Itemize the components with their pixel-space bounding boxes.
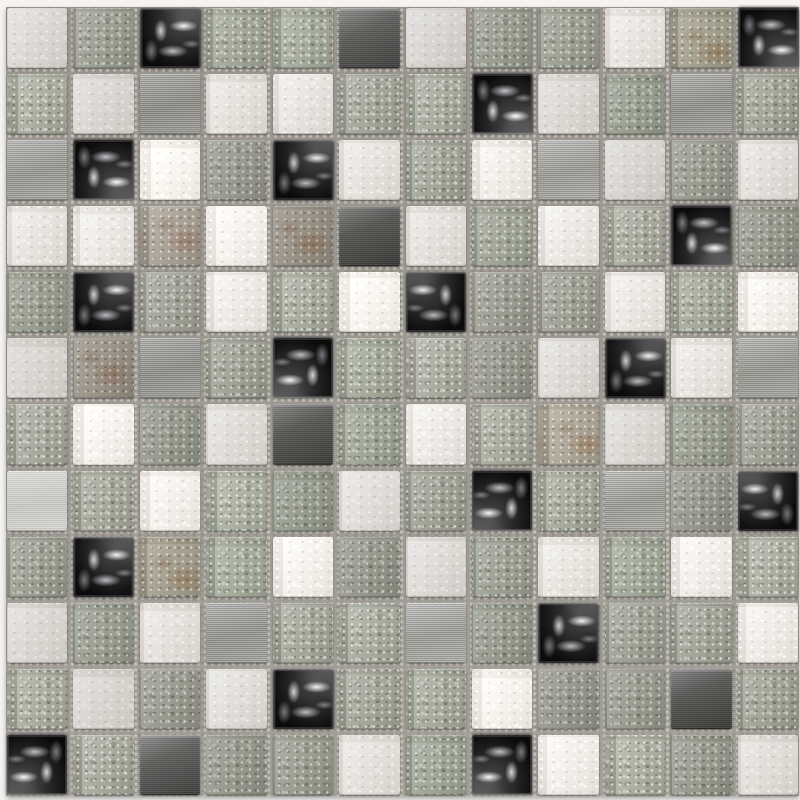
tile-white-stone [738,735,798,795]
tile-grey-stone [671,603,731,663]
tile-white-stone [472,669,532,729]
tile-grey-stone [472,272,532,332]
tile-glass [273,338,333,398]
tile-steel [140,74,200,134]
tile-dark-steel [140,735,200,795]
tile-grey-stone [605,537,665,597]
tile-grey-stone [605,74,665,134]
tile-white-stone [206,74,266,134]
tile-dark-steel [339,206,399,266]
tile-white-stone [73,669,133,729]
tile-grey-stone [206,537,266,597]
tile-grey-stone [339,537,399,597]
tile-glass [140,8,200,68]
tile-white-stone [206,669,266,729]
tile-grey-stone [738,206,798,266]
tile-steel [140,338,200,398]
tile-glass [671,206,731,266]
tile-grey-stone [605,206,665,266]
tile-glass [738,8,798,68]
tile-grey-stone [605,669,665,729]
tile-white-stone [206,272,266,332]
tile-grey-stone [605,603,665,663]
tile-glass [7,735,67,795]
tile-white-stone [140,471,200,531]
tile-glass [406,272,466,332]
tile-glass [273,140,333,200]
tile-white-stone [538,206,598,266]
tile-rust-stone [140,537,200,597]
tile-grey-stone [7,404,67,464]
tile-grey-stone [406,74,466,134]
tile-glass [73,140,133,200]
tile-dark-steel [339,8,399,68]
tile-steel [406,603,466,663]
tile-dark-steel [671,669,731,729]
tile-grey-stone [206,140,266,200]
tile-grey-stone [206,471,266,531]
tile-white-stone [273,537,333,597]
tile-grey-stone [339,603,399,663]
tile-steel [738,338,798,398]
tile-glass [472,471,532,531]
tile-grey-stone [538,669,598,729]
tile-white-stone [206,404,266,464]
tile-grey-stone [738,74,798,134]
tile-white-stone [605,404,665,464]
tile-glass [738,471,798,531]
tile-grey-stone [738,404,798,464]
tile-grey-stone [206,8,266,68]
tile-white-stone [605,140,665,200]
tile-white-stone [472,140,532,200]
tile-white-stone [140,603,200,663]
tile-grey-stone [738,537,798,597]
tile-grey-stone [273,735,333,795]
tile-grey-stone [273,272,333,332]
tile-grey-stone [273,603,333,663]
tile-glass [73,272,133,332]
tile-white-stone [671,338,731,398]
tile-glass [73,537,133,597]
tile-grey-stone [406,735,466,795]
tile-rust-stone [538,404,598,464]
mosaic-sheet [6,7,799,796]
tile-grey-stone [206,338,266,398]
tile-grey-stone [538,8,598,68]
tile-grey-stone [406,471,466,531]
tile-white-stone [339,272,399,332]
tile-white-stone [273,74,333,134]
tile-white-stone [7,206,67,266]
tile-grey-stone [671,735,731,795]
tile-grey-stone [206,735,266,795]
tile-grey-stone [406,338,466,398]
tile-grey-stone [7,537,67,597]
tile-grey-stone [472,338,532,398]
tile-grey-stone [472,603,532,663]
tile-grey-stone [339,669,399,729]
tile-grey-stone [7,74,67,134]
tile-white-stone [73,74,133,134]
tile-white-stone [406,206,466,266]
tile-grey-stone [73,471,133,531]
tile-white-stone [538,74,598,134]
tile-white-stone [339,140,399,200]
tile-glass [273,669,333,729]
tile-white-stone [538,537,598,597]
tile-grey-stone [339,74,399,134]
tile-grey-stone [538,471,598,531]
tile-steel [605,471,665,531]
tile-steel [206,603,266,663]
tile-grey-stone [605,735,665,795]
tile-steel [538,140,598,200]
tile-grey-stone [472,8,532,68]
tile-grey-stone [406,669,466,729]
tile-grey-stone [73,8,133,68]
tile-glass [538,603,598,663]
tile-white-stone [7,8,67,68]
tile-white-stone [738,603,798,663]
tile-grey-stone [339,338,399,398]
tile-glass [605,338,665,398]
tile-grey-stone [671,140,731,200]
tile-white-stone [73,404,133,464]
tile-white-stone [406,8,466,68]
tile-grey-stone [7,272,67,332]
tile-white-stone [406,404,466,464]
tile-white-stone [339,471,399,531]
tile-white-stone [206,206,266,266]
tile-grey-stone [671,471,731,531]
tile-steel [671,74,731,134]
tile-grey-stone [273,8,333,68]
tile-dark-steel [273,404,333,464]
tile-grey-stone [73,603,133,663]
mosaic-photo [0,0,800,800]
tile-white-stone [7,603,67,663]
tile-rust-stone [671,8,731,68]
tile-grey-stone [7,669,67,729]
tile-white-stone [605,8,665,68]
tile-white-stone [73,206,133,266]
tile-white-stone [538,338,598,398]
tile-rust-stone [73,338,133,398]
tile-white-stone [738,272,798,332]
tile-grey-stone [738,669,798,729]
tile-grey-stone [339,404,399,464]
tile-white-stone [339,735,399,795]
tile-grey-stone [472,206,532,266]
tile-grey-stone [538,272,598,332]
tile-grey-stone [140,404,200,464]
tile-grey-stone [73,735,133,795]
tile-white-stone [605,272,665,332]
tile-grey-stone [140,669,200,729]
tile-grey-stone [472,404,532,464]
tile-grey-stone [671,404,731,464]
tile-glass [472,74,532,134]
tile-white-stone [738,140,798,200]
tile-glass [472,735,532,795]
tile-grey-stone [472,537,532,597]
tile-steel [7,140,67,200]
tile-grey-stone [273,471,333,531]
tile-white-stone [140,140,200,200]
tile-grey-stone [671,272,731,332]
tile-rust-stone [273,206,333,266]
tile-grey-stone [406,140,466,200]
tile-white-stone [406,537,466,597]
tile-white-stone [538,735,598,795]
tile-rust-stone [140,206,200,266]
tile-grey-stone [140,272,200,332]
tile-white-stone [7,338,67,398]
tile-light-steel [7,471,67,531]
tile-white-stone [671,537,731,597]
